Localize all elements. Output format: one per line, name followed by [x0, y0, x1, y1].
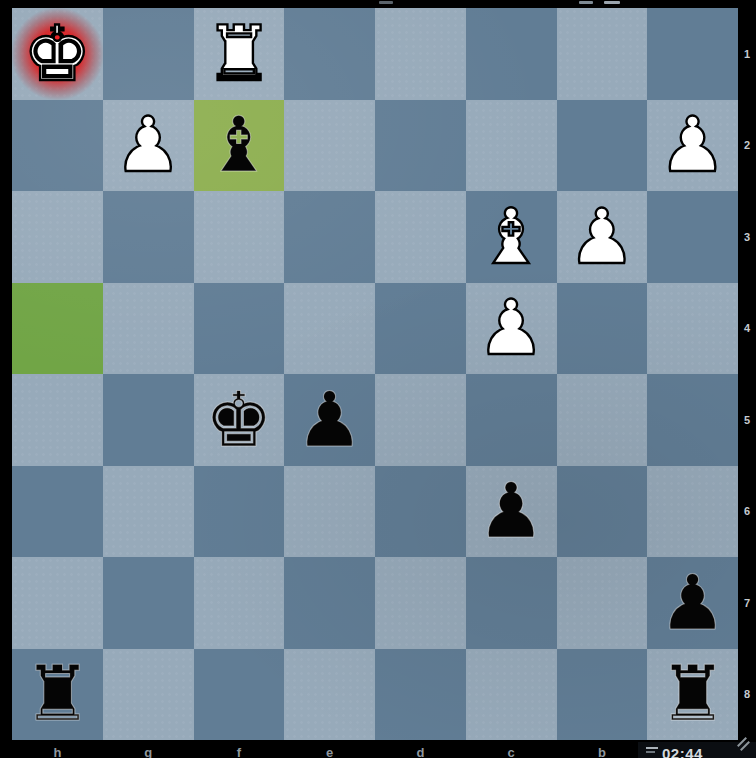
rank-label-3: 3	[738, 191, 756, 283]
square-g2[interactable]: ♟	[103, 100, 194, 192]
square-g8[interactable]	[103, 649, 194, 741]
square-b3[interactable]: ♟	[557, 191, 648, 283]
piece-white-pawn[interactable]: ♟	[477, 290, 545, 366]
resize-handle-icon[interactable]	[736, 738, 750, 750]
piece-black-pawn[interactable]: ♟	[659, 565, 727, 641]
piece-white-king[interactable]: ♚	[23, 16, 91, 92]
square-d8[interactable]	[375, 649, 466, 741]
square-e7[interactable]	[284, 557, 375, 649]
piece-black-king[interactable]: ♚	[205, 382, 273, 458]
square-c4[interactable]: ♟	[466, 283, 557, 375]
browser-artifact-icon	[604, 1, 620, 4]
square-e2[interactable]	[284, 100, 375, 192]
rank-label-7: 7	[738, 557, 756, 649]
square-g1[interactable]	[103, 8, 194, 100]
square-b1[interactable]	[557, 8, 648, 100]
rank-label-4: 4	[738, 283, 756, 375]
square-f1[interactable]: ♜	[194, 8, 285, 100]
piece-white-rook[interactable]: ♜	[205, 16, 273, 92]
rank-label-2: 2	[738, 100, 756, 192]
square-e1[interactable]	[284, 8, 375, 100]
square-h3[interactable]	[12, 191, 103, 283]
square-a1[interactable]	[647, 8, 738, 100]
file-label-b: b	[557, 742, 648, 758]
piece-white-pawn[interactable]: ♟	[114, 107, 182, 183]
square-g5[interactable]	[103, 374, 194, 466]
piece-black-rook[interactable]: ♜	[659, 656, 727, 732]
square-a8[interactable]: ♜	[647, 649, 738, 741]
square-b6[interactable]	[557, 466, 648, 558]
square-a5[interactable]	[647, 374, 738, 466]
browser-artifact-icon	[379, 1, 393, 4]
square-d3[interactable]	[375, 191, 466, 283]
piece-white-pawn[interactable]: ♟	[659, 107, 727, 183]
square-c7[interactable]	[466, 557, 557, 649]
piece-black-pawn[interactable]: ♟	[477, 473, 545, 549]
square-b7[interactable]	[557, 557, 648, 649]
square-b4[interactable]	[557, 283, 648, 375]
piece-black-pawn[interactable]: ♟	[296, 382, 364, 458]
top-border	[0, 0, 756, 8]
square-f5[interactable]: ♚	[194, 374, 285, 466]
piece-black-bishop[interactable]: ♝	[205, 107, 273, 183]
square-d5[interactable]	[375, 374, 466, 466]
file-label-g: g	[103, 742, 194, 758]
square-h8[interactable]: ♜	[12, 649, 103, 741]
piece-white-bishop[interactable]: ♝	[477, 199, 545, 275]
square-f3[interactable]	[194, 191, 285, 283]
square-d2[interactable]	[375, 100, 466, 192]
square-c5[interactable]	[466, 374, 557, 466]
square-h5[interactable]	[12, 374, 103, 466]
square-h4[interactable]	[12, 283, 103, 375]
rank-coordinates: 12345678	[738, 8, 756, 740]
file-label-c: c	[466, 742, 557, 758]
piece-white-pawn[interactable]: ♟	[568, 199, 636, 275]
square-b5[interactable]	[557, 374, 648, 466]
square-g6[interactable]	[103, 466, 194, 558]
square-e4[interactable]	[284, 283, 375, 375]
square-g4[interactable]	[103, 283, 194, 375]
square-c8[interactable]	[466, 649, 557, 741]
chess-board[interactable]: ♚♜♟♝♟♝♟♟♚♟♟♟♜♜	[12, 8, 738, 740]
piece-black-rook[interactable]: ♜	[23, 656, 91, 732]
square-d7[interactable]	[375, 557, 466, 649]
square-b2[interactable]	[557, 100, 648, 192]
square-d6[interactable]	[375, 466, 466, 558]
square-b8[interactable]	[557, 649, 648, 741]
square-e3[interactable]	[284, 191, 375, 283]
file-label-f: f	[194, 742, 285, 758]
file-label-h: h	[12, 742, 103, 758]
square-f7[interactable]	[194, 557, 285, 649]
square-a2[interactable]: ♟	[647, 100, 738, 192]
rank-label-8: 8	[738, 649, 756, 741]
file-coordinates: hgfedcba	[12, 742, 738, 758]
square-d1[interactable]	[375, 8, 466, 100]
square-h6[interactable]	[12, 466, 103, 558]
square-c1[interactable]	[466, 8, 557, 100]
square-h2[interactable]	[12, 100, 103, 192]
square-g7[interactable]	[103, 557, 194, 649]
square-f2[interactable]: ♝	[194, 100, 285, 192]
board-frame: ♚♜♟♝♟♝♟♟♚♟♟♟♜♜ 12345678 hgfedcba 02:44	[0, 0, 756, 758]
square-a3[interactable]	[647, 191, 738, 283]
square-c2[interactable]	[466, 100, 557, 192]
rank-label-1: 1	[738, 8, 756, 100]
status-icon	[646, 747, 658, 754]
square-c6[interactable]: ♟	[466, 466, 557, 558]
square-a7[interactable]: ♟	[647, 557, 738, 649]
file-label-d: d	[375, 742, 466, 758]
square-a4[interactable]	[647, 283, 738, 375]
square-h1[interactable]: ♚	[12, 8, 103, 100]
file-label-e: e	[284, 742, 375, 758]
clock-time: 02:44	[662, 745, 703, 758]
square-g3[interactable]	[103, 191, 194, 283]
square-e8[interactable]	[284, 649, 375, 741]
square-h7[interactable]	[12, 557, 103, 649]
square-f4[interactable]	[194, 283, 285, 375]
browser-artifact-icon	[579, 1, 593, 4]
square-f8[interactable]	[194, 649, 285, 741]
square-a6[interactable]	[647, 466, 738, 558]
rank-label-5: 5	[738, 374, 756, 466]
square-e6[interactable]	[284, 466, 375, 558]
square-d4[interactable]	[375, 283, 466, 375]
square-c3[interactable]: ♝	[466, 191, 557, 283]
square-f6[interactable]	[194, 466, 285, 558]
square-e5[interactable]: ♟	[284, 374, 375, 466]
rank-label-6: 6	[738, 466, 756, 558]
